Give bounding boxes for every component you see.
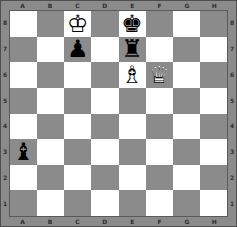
square-a1[interactable] (10, 190, 37, 216)
square-e6[interactable]: ♝♗ (119, 62, 146, 88)
square-c4[interactable] (64, 114, 91, 140)
rank-label-3: 3 (3, 149, 7, 155)
black-rook[interactable]: ♜ (119, 37, 146, 63)
square-c2[interactable] (64, 165, 91, 191)
rank-label-8: 8 (230, 20, 234, 26)
square-f7[interactable] (146, 37, 173, 63)
square-f1[interactable] (146, 190, 173, 216)
black-rook-glyph: ♜ (121, 37, 143, 61)
black-pawn-glyph: ♟ (67, 37, 89, 61)
chess-diagram: ABCDEFGH 87654321 ♚♔♚♟♜♝♗♛♕♝ 87654321 AB… (0, 0, 237, 227)
square-f8[interactable] (146, 11, 173, 37)
rank-label-5: 5 (230, 98, 234, 104)
file-label-e: E (119, 219, 146, 225)
square-g6[interactable] (173, 62, 200, 88)
square-b7[interactable] (37, 37, 64, 63)
frame-corner-top-right (228, 1, 236, 10)
file-label-a: A (9, 219, 36, 225)
square-f2[interactable] (146, 165, 173, 191)
square-a2[interactable] (10, 165, 37, 191)
square-h3[interactable] (200, 139, 227, 165)
file-label-h: H (201, 3, 228, 9)
white-king-outline: ♔ (67, 12, 89, 36)
rank-label-7: 7 (3, 46, 7, 52)
rank-label-7: 7 (230, 46, 234, 52)
square-c8[interactable]: ♚♔ (64, 11, 91, 37)
file-label-g: G (173, 219, 200, 225)
square-c1[interactable] (64, 190, 91, 216)
square-g3[interactable] (173, 139, 200, 165)
square-h2[interactable] (200, 165, 227, 191)
square-e8[interactable]: ♚ (119, 11, 146, 37)
square-b5[interactable] (37, 88, 64, 114)
square-g2[interactable] (173, 165, 200, 191)
frame-corner-top-left (1, 1, 9, 10)
rank-label-5: 5 (3, 98, 7, 104)
square-g1[interactable] (173, 190, 200, 216)
file-label-f: F (146, 219, 173, 225)
square-d3[interactable] (91, 139, 118, 165)
file-labels-top: ABCDEFGH (9, 1, 228, 10)
square-b8[interactable] (37, 11, 64, 37)
square-f5[interactable] (146, 88, 173, 114)
rank-label-1: 1 (230, 201, 234, 207)
file-label-c: C (64, 219, 91, 225)
square-b1[interactable] (37, 190, 64, 216)
file-label-d: D (91, 219, 118, 225)
file-labels-bottom: ABCDEFGH (9, 217, 228, 226)
square-h4[interactable] (200, 114, 227, 140)
square-a6[interactable] (10, 62, 37, 88)
square-b2[interactable] (37, 165, 64, 191)
file-label-d: D (91, 3, 118, 9)
file-label-a: A (9, 3, 36, 9)
rank-label-6: 6 (230, 72, 234, 78)
square-b6[interactable] (37, 62, 64, 88)
square-f3[interactable] (146, 139, 173, 165)
square-c6[interactable] (64, 62, 91, 88)
file-label-h: H (201, 219, 228, 225)
file-label-g: G (173, 3, 200, 9)
rank-label-2: 2 (230, 175, 234, 181)
file-label-e: E (119, 3, 146, 9)
rank-label-2: 2 (3, 175, 7, 181)
rank-label-4: 4 (3, 123, 7, 129)
square-d5[interactable] (91, 88, 118, 114)
rank-label-6: 6 (3, 72, 7, 78)
rank-label-8: 8 (3, 20, 7, 26)
rank-labels-left: 87654321 (1, 10, 9, 217)
square-h1[interactable] (200, 190, 227, 216)
square-d2[interactable] (91, 165, 118, 191)
black-pawn[interactable]: ♟ (64, 37, 91, 63)
square-f6[interactable]: ♛♕ (146, 62, 173, 88)
square-g8[interactable] (173, 11, 200, 37)
square-c3[interactable] (64, 139, 91, 165)
rank-label-1: 1 (3, 201, 7, 207)
square-g5[interactable] (173, 88, 200, 114)
square-a3[interactable]: ♝ (10, 139, 37, 165)
square-e2[interactable] (119, 165, 146, 191)
black-king[interactable]: ♚ (119, 11, 146, 37)
square-c7[interactable]: ♟ (64, 37, 91, 63)
square-h7[interactable] (200, 37, 227, 63)
square-e5[interactable] (119, 88, 146, 114)
white-queen[interactable]: ♛♕ (146, 62, 173, 88)
square-g4[interactable] (173, 114, 200, 140)
black-bishop[interactable]: ♝ (10, 139, 37, 165)
square-c5[interactable] (64, 88, 91, 114)
rank-label-4: 4 (230, 123, 234, 129)
square-h5[interactable] (200, 88, 227, 114)
square-d6[interactable] (91, 62, 118, 88)
rank-label-3: 3 (230, 149, 234, 155)
file-label-c: C (64, 3, 91, 9)
square-e7[interactable]: ♜ (119, 37, 146, 63)
square-a4[interactable] (10, 114, 37, 140)
square-h6[interactable] (200, 62, 227, 88)
black-bishop-glyph: ♝ (13, 140, 35, 164)
square-a5[interactable] (10, 88, 37, 114)
file-label-b: B (36, 3, 63, 9)
square-g7[interactable] (173, 37, 200, 63)
square-b4[interactable] (37, 114, 64, 140)
white-king[interactable]: ♚♔ (64, 11, 91, 37)
square-e4[interactable] (119, 114, 146, 140)
square-e1[interactable] (119, 190, 146, 216)
frame-corner-bottom-left (1, 217, 9, 226)
black-king-glyph: ♚ (121, 12, 143, 36)
white-bishop-outline: ♗ (121, 63, 143, 87)
white-bishop[interactable]: ♝♗ (119, 62, 146, 88)
white-queen-outline: ♕ (148, 63, 170, 87)
square-a7[interactable] (10, 37, 37, 63)
chess-board: ♚♔♚♟♜♝♗♛♕♝ (9, 10, 228, 217)
frame-corner-bottom-right (228, 217, 236, 226)
square-e3[interactable] (119, 139, 146, 165)
rank-labels-right: 87654321 (228, 10, 236, 217)
square-d4[interactable] (91, 114, 118, 140)
square-f4[interactable] (146, 114, 173, 140)
file-label-b: B (36, 219, 63, 225)
square-a8[interactable] (10, 11, 37, 37)
square-d8[interactable] (91, 11, 118, 37)
square-h8[interactable] (200, 11, 227, 37)
square-d7[interactable] (91, 37, 118, 63)
file-label-f: F (146, 3, 173, 9)
square-d1[interactable] (91, 190, 118, 216)
square-b3[interactable] (37, 139, 64, 165)
